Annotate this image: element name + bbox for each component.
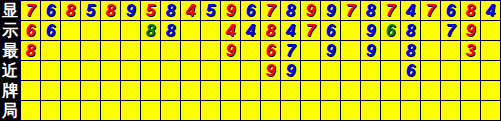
cell — [321, 101, 341, 121]
cell: 8 — [361, 1, 381, 21]
cell — [261, 81, 281, 101]
cell: 5 — [141, 1, 161, 21]
cell — [181, 81, 201, 101]
cell: 7 — [21, 1, 41, 21]
cell: 7 — [261, 1, 281, 21]
cell — [341, 41, 361, 61]
cell — [421, 61, 441, 81]
cell — [161, 61, 181, 81]
cell — [121, 61, 141, 81]
cell — [381, 101, 401, 121]
cell: 8 — [461, 1, 481, 21]
cell: 4 — [181, 1, 201, 21]
cell: 7 — [281, 41, 301, 61]
cell — [241, 61, 261, 81]
cell — [421, 81, 441, 101]
cell — [221, 61, 241, 81]
cell: 6 — [41, 1, 61, 21]
cell — [341, 61, 361, 81]
cell — [421, 101, 441, 121]
cell — [221, 101, 241, 121]
cell: 6 — [241, 1, 261, 21]
cell: 6 — [441, 1, 461, 21]
cell: 9 — [361, 21, 381, 41]
title-char: 牌 — [0, 81, 20, 101]
cell: 8 — [401, 41, 421, 61]
cell: 4 — [221, 21, 241, 41]
cell — [341, 21, 361, 41]
cell: 9 — [221, 1, 241, 21]
cell — [21, 61, 41, 81]
cell: 7 — [301, 21, 321, 41]
cell: 7 — [341, 1, 361, 21]
cell — [161, 81, 181, 101]
cell: 8 — [141, 21, 161, 41]
cell — [81, 61, 101, 81]
score-grid: 7685895845967899787476846688448476968798… — [20, 0, 501, 121]
cell — [241, 81, 261, 101]
title-char: 显 — [0, 1, 20, 21]
cell: 8 — [281, 1, 301, 21]
cell — [81, 101, 101, 121]
cell — [181, 101, 201, 121]
cell: 6 — [21, 21, 41, 41]
cell — [181, 21, 201, 41]
cell — [101, 61, 121, 81]
cell — [241, 101, 261, 121]
cell: 7 — [421, 1, 441, 21]
cell — [241, 41, 261, 61]
cell — [261, 101, 281, 121]
cell: 8 — [21, 41, 41, 61]
cell — [41, 61, 61, 81]
cell — [61, 101, 81, 121]
cell — [421, 41, 441, 61]
cell: 6 — [401, 61, 421, 81]
cell — [441, 101, 461, 121]
cell — [121, 21, 141, 41]
cell — [41, 101, 61, 121]
cell — [401, 81, 421, 101]
cell: 9 — [461, 21, 481, 41]
cell: 8 — [161, 21, 181, 41]
cell: 8 — [101, 1, 121, 21]
cell — [321, 81, 341, 101]
cell — [141, 81, 161, 101]
cell — [201, 61, 221, 81]
title-char: 局 — [0, 101, 20, 121]
cell — [101, 21, 121, 41]
cell — [141, 61, 161, 81]
cell — [201, 81, 221, 101]
cell — [441, 61, 461, 81]
recent-rounds-board: 显 示 最 近 牌 局 7685895845967899787476846688… — [0, 0, 501, 121]
cell: 7 — [441, 21, 461, 41]
cell — [441, 41, 461, 61]
cell — [61, 41, 81, 61]
cell — [341, 101, 361, 121]
cell — [141, 41, 161, 61]
cell — [481, 21, 501, 41]
cell — [161, 41, 181, 61]
cell — [361, 61, 381, 81]
cell — [381, 81, 401, 101]
cell: 9 — [221, 41, 241, 61]
cell: 6 — [261, 41, 281, 61]
cell: 5 — [201, 1, 221, 21]
cell — [141, 101, 161, 121]
cell: 8 — [401, 21, 421, 41]
cell — [281, 81, 301, 101]
cell — [101, 101, 121, 121]
cell: 6 — [381, 21, 401, 41]
cell — [301, 101, 321, 121]
cell — [121, 81, 141, 101]
cell — [461, 101, 481, 121]
cell — [201, 101, 221, 121]
cell: 8 — [61, 1, 81, 21]
title-char: 近 — [0, 61, 20, 81]
cell — [181, 61, 201, 81]
cell — [481, 41, 501, 61]
cell: 6 — [41, 21, 61, 41]
cell — [201, 21, 221, 41]
cell — [381, 41, 401, 61]
cell: 4 — [241, 21, 261, 41]
cell: 9 — [321, 1, 341, 21]
cell: 9 — [261, 61, 281, 81]
cell — [381, 61, 401, 81]
cell — [81, 41, 101, 61]
cell: 9 — [361, 41, 381, 61]
cell — [301, 81, 321, 101]
cell: 4 — [281, 21, 301, 41]
cell — [321, 61, 341, 81]
cell: 6 — [321, 21, 341, 41]
cell — [61, 81, 81, 101]
cell — [121, 101, 141, 121]
cell: 4 — [481, 1, 501, 21]
cell — [61, 21, 81, 41]
cell — [41, 81, 61, 101]
cell — [161, 101, 181, 121]
cell — [481, 81, 501, 101]
cell — [101, 41, 121, 61]
cell: 3 — [461, 41, 481, 61]
cell — [121, 41, 141, 61]
cell — [301, 61, 321, 81]
cell: 8 — [161, 1, 181, 21]
cell: 9 — [121, 1, 141, 21]
cell — [21, 101, 41, 121]
cell — [481, 101, 501, 121]
cell: 7 — [381, 1, 401, 21]
cell — [81, 81, 101, 101]
cell — [61, 61, 81, 81]
cell — [461, 61, 481, 81]
board-title-vertical: 显 示 最 近 牌 局 — [0, 0, 20, 121]
cell — [81, 21, 101, 41]
cell — [341, 81, 361, 101]
cell — [441, 81, 461, 101]
cell — [21, 81, 41, 101]
cell — [401, 101, 421, 121]
cell: 5 — [81, 1, 101, 21]
title-char: 最 — [0, 41, 20, 61]
cell — [281, 101, 301, 121]
cell: 9 — [281, 61, 301, 81]
cell: 4 — [401, 1, 421, 21]
cell — [101, 81, 121, 101]
cell — [361, 81, 381, 101]
cell — [461, 81, 481, 101]
cell — [201, 41, 221, 61]
cell — [421, 21, 441, 41]
cell: 9 — [301, 1, 321, 21]
title-char: 示 — [0, 21, 20, 41]
cell — [181, 41, 201, 61]
cell — [301, 41, 321, 61]
cell: 9 — [321, 41, 341, 61]
cell: 8 — [261, 21, 281, 41]
cell — [481, 61, 501, 81]
cell — [221, 81, 241, 101]
cell — [361, 101, 381, 121]
cell — [41, 41, 61, 61]
